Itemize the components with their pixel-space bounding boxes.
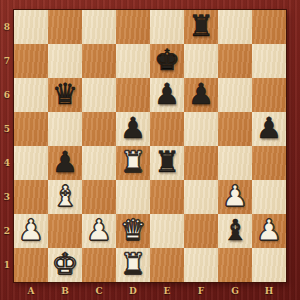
black-king-e7[interactable]: ♚ <box>154 43 180 77</box>
square-d6[interactable] <box>116 78 150 112</box>
white-pawn-a2[interactable]: ♟ <box>18 213 44 247</box>
rank-label-3: 3 <box>0 180 14 214</box>
square-g8[interactable] <box>218 10 252 44</box>
square-h8[interactable] <box>252 10 286 44</box>
white-pawn-g3[interactable]: ♟ <box>222 179 248 213</box>
square-e8[interactable] <box>150 10 184 44</box>
white-rook-d4[interactable]: ♜ <box>120 145 146 179</box>
square-e4[interactable]: ♜ <box>150 146 184 180</box>
square-a7[interactable] <box>14 44 48 78</box>
square-a2[interactable]: ♟ <box>14 214 48 248</box>
rank-label-2: 2 <box>0 214 14 248</box>
square-a6[interactable] <box>14 78 48 112</box>
file-label-h: H <box>252 282 286 300</box>
square-f2[interactable] <box>184 214 218 248</box>
square-h3[interactable] <box>252 180 286 214</box>
square-a3[interactable] <box>14 180 48 214</box>
square-h7[interactable] <box>252 44 286 78</box>
square-b8[interactable] <box>48 10 82 44</box>
white-pawn-c2[interactable]: ♟ <box>86 213 112 247</box>
square-b6[interactable]: ♛ <box>48 78 82 112</box>
square-a8[interactable] <box>14 10 48 44</box>
square-c5[interactable] <box>82 112 116 146</box>
square-a5[interactable] <box>14 112 48 146</box>
square-g1[interactable] <box>218 248 252 282</box>
square-c3[interactable] <box>82 180 116 214</box>
square-h2[interactable]: ♟ <box>252 214 286 248</box>
rank-label-6: 6 <box>0 78 14 112</box>
rank-labels: 87654321 <box>0 10 14 282</box>
square-h4[interactable] <box>252 146 286 180</box>
file-labels: ABCDEFGH <box>14 282 286 300</box>
square-e7[interactable]: ♚ <box>150 44 184 78</box>
rank-label-1: 1 <box>0 248 14 282</box>
square-g6[interactable] <box>218 78 252 112</box>
square-h1[interactable] <box>252 248 286 282</box>
square-b7[interactable] <box>48 44 82 78</box>
square-d7[interactable] <box>116 44 150 78</box>
square-d5[interactable]: ♟ <box>116 112 150 146</box>
chess-board: ♜♚♛♟♟♟♟♟♜♜♝♟♟♟♛♝♟♚♜ <box>14 10 286 282</box>
file-label-c: C <box>82 282 116 300</box>
square-c1[interactable] <box>82 248 116 282</box>
rank-label-5: 5 <box>0 112 14 146</box>
square-e5[interactable] <box>150 112 184 146</box>
square-f8[interactable]: ♜ <box>184 10 218 44</box>
square-f5[interactable] <box>184 112 218 146</box>
square-f1[interactable] <box>184 248 218 282</box>
black-queen-b6[interactable]: ♛ <box>52 77 78 111</box>
square-b2[interactable] <box>48 214 82 248</box>
square-d3[interactable] <box>116 180 150 214</box>
square-c4[interactable] <box>82 146 116 180</box>
black-pawn-e6[interactable]: ♟ <box>154 77 180 111</box>
black-pawn-b4[interactable]: ♟ <box>52 145 78 179</box>
square-c6[interactable] <box>82 78 116 112</box>
board-frame: ♜♚♛♟♟♟♟♟♜♜♝♟♟♟♛♝♟♚♜ 87654321 ABCDEFGH <box>0 0 300 300</box>
square-c8[interactable] <box>82 10 116 44</box>
file-label-b: B <box>48 282 82 300</box>
square-g7[interactable] <box>218 44 252 78</box>
square-c7[interactable] <box>82 44 116 78</box>
square-e2[interactable] <box>150 214 184 248</box>
black-pawn-h5[interactable]: ♟ <box>256 111 282 145</box>
file-label-e: E <box>150 282 184 300</box>
square-d2[interactable]: ♛ <box>116 214 150 248</box>
square-b3[interactable]: ♝ <box>48 180 82 214</box>
file-label-f: F <box>184 282 218 300</box>
white-rook-d1[interactable]: ♜ <box>120 247 146 281</box>
square-g5[interactable] <box>218 112 252 146</box>
white-bishop-b3[interactable]: ♝ <box>52 179 78 213</box>
file-label-a: A <box>14 282 48 300</box>
white-pawn-h2[interactable]: ♟ <box>256 213 282 247</box>
square-a4[interactable] <box>14 146 48 180</box>
square-g4[interactable] <box>218 146 252 180</box>
square-d8[interactable] <box>116 10 150 44</box>
white-queen-d2[interactable]: ♛ <box>120 213 146 247</box>
white-king-b1[interactable]: ♚ <box>52 247 78 281</box>
black-pawn-f6[interactable]: ♟ <box>188 77 214 111</box>
file-label-g: G <box>218 282 252 300</box>
square-e1[interactable] <box>150 248 184 282</box>
square-d4[interactable]: ♜ <box>116 146 150 180</box>
black-rook-f8[interactable]: ♜ <box>188 9 214 43</box>
square-h5[interactable]: ♟ <box>252 112 286 146</box>
square-e3[interactable] <box>150 180 184 214</box>
file-label-d: D <box>116 282 150 300</box>
square-d1[interactable]: ♜ <box>116 248 150 282</box>
square-h6[interactable] <box>252 78 286 112</box>
square-f7[interactable] <box>184 44 218 78</box>
black-rook-e4[interactable]: ♜ <box>154 145 180 179</box>
square-f6[interactable]: ♟ <box>184 78 218 112</box>
square-a1[interactable] <box>14 248 48 282</box>
square-f4[interactable] <box>184 146 218 180</box>
rank-label-4: 4 <box>0 146 14 180</box>
square-b4[interactable]: ♟ <box>48 146 82 180</box>
rank-label-8: 8 <box>0 10 14 44</box>
black-bishop-g2[interactable]: ♝ <box>222 213 248 247</box>
black-pawn-d5[interactable]: ♟ <box>120 111 146 145</box>
square-c2[interactable]: ♟ <box>82 214 116 248</box>
square-f3[interactable] <box>184 180 218 214</box>
square-g3[interactable]: ♟ <box>218 180 252 214</box>
square-e6[interactable]: ♟ <box>150 78 184 112</box>
square-b5[interactable] <box>48 112 82 146</box>
square-g2[interactable]: ♝ <box>218 214 252 248</box>
square-b1[interactable]: ♚ <box>48 248 82 282</box>
rank-label-7: 7 <box>0 44 14 78</box>
